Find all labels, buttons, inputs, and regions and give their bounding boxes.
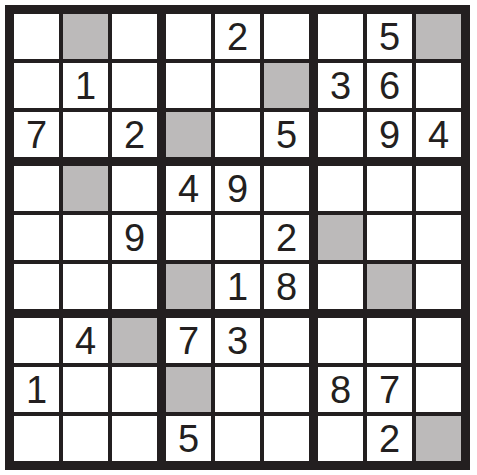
- cell-r6c4[interactable]: [166, 264, 215, 318]
- cell-r2c9[interactable]: [416, 63, 461, 112]
- sudoku-board: 251367259449921847318752: [5, 5, 470, 470]
- cell-r3c9-given: 4: [416, 112, 461, 166]
- cell-r8c1-given: 1: [14, 367, 63, 416]
- cell-r9c8-given: 2: [367, 416, 416, 461]
- cell-r3c6-given: 5: [264, 112, 318, 166]
- cell-r8c6[interactable]: [264, 367, 318, 416]
- cell-r5c2[interactable]: [63, 215, 112, 264]
- cell-r7c4-given: 7: [166, 318, 215, 367]
- cell-r4c8[interactable]: [367, 166, 416, 215]
- cell-r1c8-given: 5: [367, 14, 416, 63]
- cell-r6c2[interactable]: [63, 264, 112, 318]
- cell-r3c4[interactable]: [166, 112, 215, 166]
- cell-r2c4[interactable]: [166, 63, 215, 112]
- cell-r9c6[interactable]: [264, 416, 318, 461]
- cell-r5c7[interactable]: [318, 215, 367, 264]
- cell-r6c5-given: 1: [215, 264, 264, 318]
- cell-r2c3[interactable]: [112, 63, 166, 112]
- cell-r9c7[interactable]: [318, 416, 367, 461]
- cell-r4c1[interactable]: [14, 166, 63, 215]
- cell-r4c6[interactable]: [264, 166, 318, 215]
- cell-r8c9[interactable]: [416, 367, 461, 416]
- cell-r6c1[interactable]: [14, 264, 63, 318]
- cell-r7c9[interactable]: [416, 318, 461, 367]
- cell-r5c6-given: 2: [264, 215, 318, 264]
- cell-r7c8[interactable]: [367, 318, 416, 367]
- cell-r1c4[interactable]: [166, 14, 215, 63]
- cell-r3c3-given: 2: [112, 112, 166, 166]
- cell-r3c2[interactable]: [63, 112, 112, 166]
- cell-r9c2[interactable]: [63, 416, 112, 461]
- cell-r3c8-given: 9: [367, 112, 416, 166]
- cell-r6c7[interactable]: [318, 264, 367, 318]
- cell-r4c4-given: 4: [166, 166, 215, 215]
- cell-r1c5-given: 2: [215, 14, 264, 63]
- cell-r5c3-given: 9: [112, 215, 166, 264]
- cell-r1c6[interactable]: [264, 14, 318, 63]
- cell-r4c5-given: 9: [215, 166, 264, 215]
- cell-r7c6[interactable]: [264, 318, 318, 367]
- cell-r7c2-given: 4: [63, 318, 112, 367]
- sudoku-page: 251367259449921847318752: [0, 0, 477, 475]
- cell-r2c7-given: 3: [318, 63, 367, 112]
- cell-r5c1[interactable]: [14, 215, 63, 264]
- cell-r2c8-given: 6: [367, 63, 416, 112]
- cell-r4c7[interactable]: [318, 166, 367, 215]
- cell-r6c3[interactable]: [112, 264, 166, 318]
- cell-r4c3[interactable]: [112, 166, 166, 215]
- cell-r2c5[interactable]: [215, 63, 264, 112]
- cell-r1c7[interactable]: [318, 14, 367, 63]
- cell-r3c1-given: 7: [14, 112, 63, 166]
- cell-r1c9[interactable]: [416, 14, 461, 63]
- cell-r8c2[interactable]: [63, 367, 112, 416]
- cell-r6c9[interactable]: [416, 264, 461, 318]
- cell-r7c7[interactable]: [318, 318, 367, 367]
- cell-r2c2-given: 1: [63, 63, 112, 112]
- cell-r1c1[interactable]: [14, 14, 63, 63]
- cell-r8c5[interactable]: [215, 367, 264, 416]
- cell-r7c3[interactable]: [112, 318, 166, 367]
- cell-r7c1[interactable]: [14, 318, 63, 367]
- cell-r8c8-given: 7: [367, 367, 416, 416]
- cell-r8c4[interactable]: [166, 367, 215, 416]
- cell-r9c9[interactable]: [416, 416, 461, 461]
- cell-r4c9[interactable]: [416, 166, 461, 215]
- cell-r6c6-given: 8: [264, 264, 318, 318]
- cell-r1c3[interactable]: [112, 14, 166, 63]
- cell-r3c7[interactable]: [318, 112, 367, 166]
- cell-r5c5[interactable]: [215, 215, 264, 264]
- cell-r8c7-given: 8: [318, 367, 367, 416]
- cell-r9c4-given: 5: [166, 416, 215, 461]
- cell-r4c2[interactable]: [63, 166, 112, 215]
- cell-r2c1[interactable]: [14, 63, 63, 112]
- cell-r7c5-given: 3: [215, 318, 264, 367]
- cell-r1c2[interactable]: [63, 14, 112, 63]
- cell-r2c6[interactable]: [264, 63, 318, 112]
- cell-r9c1[interactable]: [14, 416, 63, 461]
- cell-r5c4[interactable]: [166, 215, 215, 264]
- cell-r9c5[interactable]: [215, 416, 264, 461]
- cell-r5c8[interactable]: [367, 215, 416, 264]
- cell-r8c3[interactable]: [112, 367, 166, 416]
- cell-r3c5[interactable]: [215, 112, 264, 166]
- cell-r5c9[interactable]: [416, 215, 461, 264]
- cell-r6c8[interactable]: [367, 264, 416, 318]
- cell-r9c3[interactable]: [112, 416, 166, 461]
